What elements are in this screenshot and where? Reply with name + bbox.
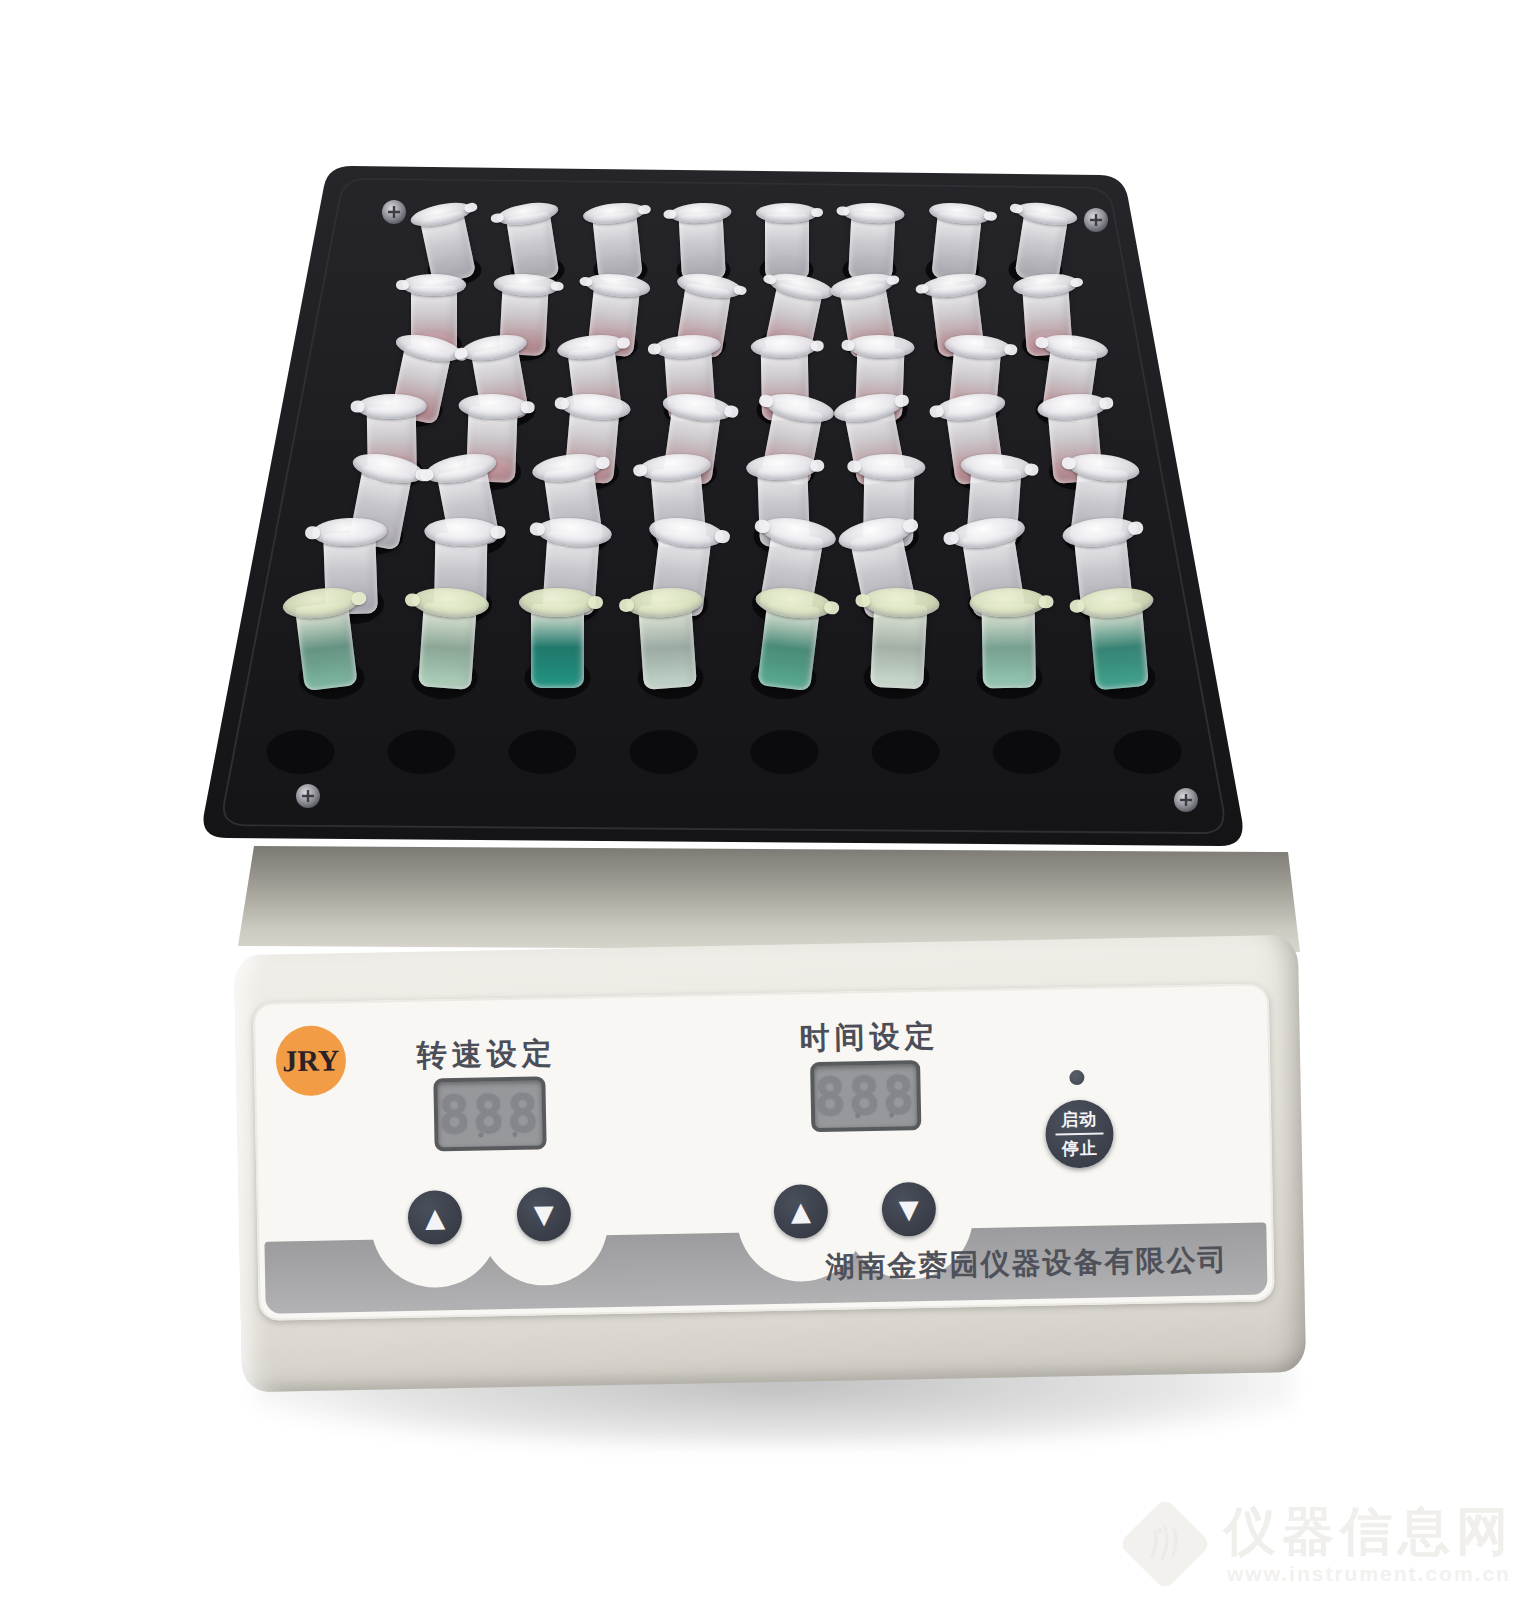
product-photo-stage: JRY 转速设定 888 时间设定 888 ▲ [0, 0, 1532, 1600]
watermark-site-name: 仪器信息网 [1224, 1503, 1514, 1560]
tube-rack-plate [0, 0, 1532, 1600]
watermark-logo-icon [1118, 1498, 1211, 1591]
site-watermark: 仪器信息网 www.instrument.com.cn [1132, 1503, 1514, 1586]
watermark-texts: 仪器信息网 www.instrument.com.cn [1224, 1503, 1514, 1586]
watermark-site-url: www.instrument.com.cn [1227, 1562, 1511, 1586]
